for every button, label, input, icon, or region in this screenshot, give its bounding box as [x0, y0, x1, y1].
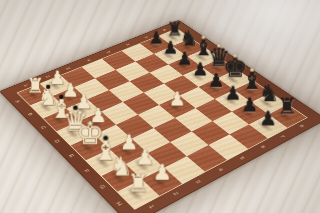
black-rook-icon: ♜	[278, 97, 297, 118]
black-pawn-icon: ♟	[225, 83, 242, 102]
black-knight-icon: ♞	[259, 82, 280, 105]
bishop-finial-light	[250, 68, 254, 72]
chess-board: ABCDEFGH 87654321 87654321 ♜♞♝♛♚♝♞♜♟♟♟♟♟…	[0, 20, 320, 213]
table-surface: ABCDEFGH 87654321 87654321 ♜♞♝♛♚♝♞♜♟♟♟♟♟…	[0, 0, 320, 213]
black-pawn-icon: ♟	[192, 60, 208, 78]
king-finial-light	[233, 53, 237, 57]
knight-finial-dark	[46, 84, 50, 88]
black-pawn-icon: ♟	[242, 96, 259, 115]
white-rook-icon: ♜	[127, 172, 149, 196]
white-pawn-icon: ♟	[152, 162, 171, 184]
white-pawn-icon: ♟	[135, 147, 154, 168]
black-pawn-icon: ♟	[208, 72, 225, 90]
white-pawn-icon: ♟	[169, 90, 186, 109]
photo-of-chess-set: ABCDEFGH 87654321 87654321 ♜♞♝♛♚♝♞♜♟♟♟♟♟…	[0, 0, 320, 213]
black-pawn-icon: ♟	[177, 50, 193, 68]
bishop-finial-dark	[103, 136, 107, 140]
black-pawn-icon: ♟	[260, 108, 278, 128]
